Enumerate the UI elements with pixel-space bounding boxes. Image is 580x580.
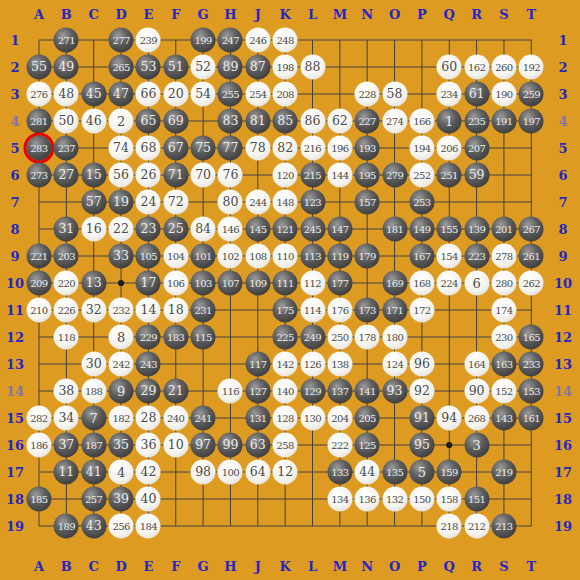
stone-Q8[interactable]: 155 xyxy=(437,217,462,242)
stone-C17[interactable]: 41 xyxy=(81,460,106,485)
stone-K1[interactable]: 248 xyxy=(273,28,298,53)
stone-N9[interactable]: 179 xyxy=(355,244,380,269)
stone-P15[interactable]: 91 xyxy=(409,406,434,431)
stone-E13[interactable]: 243 xyxy=(136,352,161,377)
stone-H4[interactable]: 83 xyxy=(218,109,243,134)
stone-P6[interactable]: 252 xyxy=(409,163,434,188)
stone-M5[interactable]: 196 xyxy=(327,136,352,161)
col-label-bottom-R: R xyxy=(471,560,482,573)
stone-C7[interactable]: 57 xyxy=(81,190,106,215)
stone-R10[interactable]: 6 xyxy=(464,271,489,296)
move-number: 115 xyxy=(194,332,211,342)
stone-B6[interactable]: 27 xyxy=(54,163,79,188)
stone-G11[interactable]: 231 xyxy=(191,298,216,323)
move-number: 147 xyxy=(331,224,348,234)
stone-M6[interactable]: 144 xyxy=(327,163,352,188)
stone-B10[interactable]: 220 xyxy=(54,271,79,296)
stone-H1[interactable]: 247 xyxy=(218,28,243,53)
stone-J2[interactable]: 87 xyxy=(245,55,270,80)
stone-Q3[interactable]: 234 xyxy=(437,82,462,107)
stone-N4[interactable]: 227 xyxy=(355,109,380,134)
stone-B14[interactable]: 38 xyxy=(54,379,79,404)
stone-D3[interactable]: 47 xyxy=(109,82,134,107)
stone-C15[interactable]: 7 xyxy=(81,406,106,431)
stone-B17[interactable]: 11 xyxy=(54,460,79,485)
stone-A4[interactable]: 281 xyxy=(27,109,52,134)
stone-K11[interactable]: 175 xyxy=(273,298,298,323)
stone-D7[interactable]: 19 xyxy=(109,190,134,215)
stone-E18[interactable]: 40 xyxy=(136,487,161,512)
stone-L11[interactable]: 114 xyxy=(300,298,325,323)
stone-O18[interactable]: 132 xyxy=(382,487,407,512)
stone-F5[interactable]: 67 xyxy=(163,136,188,161)
col-label-bottom-C: C xyxy=(89,560,99,573)
stone-K15[interactable]: 128 xyxy=(273,406,298,431)
stone-D16[interactable]: 35 xyxy=(109,433,134,458)
stone-P9[interactable]: 167 xyxy=(409,244,434,269)
stone-H5[interactable]: 77 xyxy=(218,136,243,161)
stone-O4[interactable]: 274 xyxy=(382,109,407,134)
stone-N12[interactable]: 178 xyxy=(355,325,380,350)
stone-K9[interactable]: 110 xyxy=(273,244,298,269)
stone-D9[interactable]: 33 xyxy=(109,244,134,269)
stone-Q2[interactable]: 60 xyxy=(437,55,462,80)
stone-D19[interactable]: 256 xyxy=(109,514,134,539)
stone-K5[interactable]: 82 xyxy=(273,136,298,161)
stone-P7[interactable]: 253 xyxy=(409,190,434,215)
stone-K6[interactable]: 120 xyxy=(273,163,298,188)
stone-M18[interactable]: 134 xyxy=(327,487,352,512)
stone-N6[interactable]: 195 xyxy=(355,163,380,188)
stone-A9[interactable]: 221 xyxy=(27,244,52,269)
stone-Q6[interactable]: 251 xyxy=(437,163,462,188)
stone-D2[interactable]: 265 xyxy=(109,55,134,80)
stone-T10[interactable]: 262 xyxy=(519,271,544,296)
stone-D15[interactable]: 182 xyxy=(109,406,134,431)
stone-R13[interactable]: 164 xyxy=(464,352,489,377)
stone-O6[interactable]: 279 xyxy=(382,163,407,188)
move-number: 29 xyxy=(140,385,156,398)
col-label-bottom-A: A xyxy=(34,560,44,573)
stone-P8[interactable]: 149 xyxy=(409,217,434,242)
stone-F9[interactable]: 104 xyxy=(163,244,188,269)
stone-G3[interactable]: 54 xyxy=(191,82,216,107)
stone-L9[interactable]: 113 xyxy=(300,244,325,269)
stone-E7[interactable]: 24 xyxy=(136,190,161,215)
stone-C3[interactable]: 45 xyxy=(81,82,106,107)
stone-G6[interactable]: 70 xyxy=(191,163,216,188)
stone-R16[interactable]: 3 xyxy=(464,433,489,458)
stone-N7[interactable]: 157 xyxy=(355,190,380,215)
stone-G17[interactable]: 98 xyxy=(191,460,216,485)
stone-K7[interactable]: 148 xyxy=(273,190,298,215)
stone-E17[interactable]: 42 xyxy=(136,460,161,485)
move-number: 261 xyxy=(523,251,540,261)
stone-A10[interactable]: 209 xyxy=(27,271,52,296)
stone-L2[interactable]: 88 xyxy=(300,55,325,80)
stone-D18[interactable]: 39 xyxy=(109,487,134,512)
stone-T12[interactable]: 165 xyxy=(519,325,544,350)
stone-C10[interactable]: 13 xyxy=(81,271,106,296)
stone-S8[interactable]: 201 xyxy=(491,217,516,242)
stone-M17[interactable]: 133 xyxy=(327,460,352,485)
move-number: 7 xyxy=(90,412,98,425)
stone-N17[interactable]: 44 xyxy=(355,460,380,485)
stone-E8[interactable]: 23 xyxy=(136,217,161,242)
stone-S12[interactable]: 230 xyxy=(491,325,516,350)
stone-K16[interactable]: 258 xyxy=(273,433,298,458)
stone-J9[interactable]: 108 xyxy=(245,244,270,269)
stone-R5[interactable]: 207 xyxy=(464,136,489,161)
stone-F12[interactable]: 183 xyxy=(163,325,188,350)
move-number: 185 xyxy=(30,494,47,504)
stone-T4[interactable]: 197 xyxy=(519,109,544,134)
stone-B11[interactable]: 226 xyxy=(54,298,79,323)
move-number: 110 xyxy=(276,251,293,261)
stone-J17[interactable]: 64 xyxy=(245,460,270,485)
stone-L4[interactable]: 86 xyxy=(300,109,325,134)
move-number: 255 xyxy=(222,89,239,99)
stone-E3[interactable]: 66 xyxy=(136,82,161,107)
stone-L12[interactable]: 249 xyxy=(300,325,325,350)
stone-E6[interactable]: 26 xyxy=(136,163,161,188)
stone-B16[interactable]: 37 xyxy=(54,433,79,458)
stone-E12[interactable]: 229 xyxy=(136,325,161,350)
stone-P4[interactable]: 166 xyxy=(409,109,434,134)
move-number: 206 xyxy=(441,143,458,153)
stone-E2[interactable]: 53 xyxy=(136,55,161,80)
stone-Q18[interactable]: 158 xyxy=(437,487,462,512)
stone-G9[interactable]: 101 xyxy=(191,244,216,269)
stone-K10[interactable]: 111 xyxy=(273,271,298,296)
stone-D1[interactable]: 277 xyxy=(109,28,134,53)
stone-F8[interactable]: 25 xyxy=(163,217,188,242)
stone-C6[interactable]: 15 xyxy=(81,163,106,188)
stone-P10[interactable]: 168 xyxy=(409,271,434,296)
stone-F6[interactable]: 71 xyxy=(163,163,188,188)
stone-M14[interactable]: 137 xyxy=(327,379,352,404)
stone-M16[interactable]: 222 xyxy=(327,433,352,458)
stone-C14[interactable]: 188 xyxy=(81,379,106,404)
move-number: 242 xyxy=(112,359,129,369)
stone-G15[interactable]: 241 xyxy=(191,406,216,431)
stone-M4[interactable]: 62 xyxy=(327,109,352,134)
move-number: 164 xyxy=(468,359,485,369)
stone-S15[interactable]: 143 xyxy=(491,406,516,431)
stone-Q19[interactable]: 218 xyxy=(437,514,462,539)
stone-G12[interactable]: 115 xyxy=(191,325,216,350)
stone-K8[interactable]: 121 xyxy=(273,217,298,242)
stone-A3[interactable]: 276 xyxy=(27,82,52,107)
move-number: 123 xyxy=(304,197,321,207)
stone-K17[interactable]: 12 xyxy=(273,460,298,485)
stone-K2[interactable]: 198 xyxy=(273,55,298,80)
stone-N5[interactable]: 193 xyxy=(355,136,380,161)
stone-F14[interactable]: 21 xyxy=(163,379,188,404)
stone-O12[interactable]: 180 xyxy=(382,325,407,350)
stone-E11[interactable]: 14 xyxy=(136,298,161,323)
stone-P18[interactable]: 150 xyxy=(409,487,434,512)
stone-G10[interactable]: 103 xyxy=(191,271,216,296)
stone-H14[interactable]: 116 xyxy=(218,379,243,404)
stone-P13[interactable]: 96 xyxy=(409,352,434,377)
stone-T9[interactable]: 261 xyxy=(519,244,544,269)
move-number: 126 xyxy=(304,359,321,369)
stone-B5[interactable]: 237 xyxy=(54,136,79,161)
stone-N11[interactable]: 173 xyxy=(355,298,380,323)
stone-K13[interactable]: 142 xyxy=(273,352,298,377)
stone-R9[interactable]: 223 xyxy=(464,244,489,269)
stone-H2[interactable]: 89 xyxy=(218,55,243,80)
stone-B3[interactable]: 48 xyxy=(54,82,79,107)
stone-A16[interactable]: 186 xyxy=(27,433,52,458)
stone-C19[interactable]: 43 xyxy=(81,514,106,539)
stone-A5[interactable]: 283 xyxy=(27,136,52,161)
col-label-bottom-G: G xyxy=(198,560,209,573)
move-number: 256 xyxy=(112,521,129,531)
stone-J8[interactable]: 145 xyxy=(245,217,270,242)
move-number: 129 xyxy=(304,386,321,396)
stone-N16[interactable]: 125 xyxy=(355,433,380,458)
stone-J14[interactable]: 127 xyxy=(245,379,270,404)
stone-M9[interactable]: 119 xyxy=(327,244,352,269)
stone-S3[interactable]: 190 xyxy=(491,82,516,107)
stone-R15[interactable]: 268 xyxy=(464,406,489,431)
stone-D8[interactable]: 22 xyxy=(109,217,134,242)
stone-D13[interactable]: 242 xyxy=(109,352,134,377)
stone-H6[interactable]: 76 xyxy=(218,163,243,188)
stone-R4[interactable]: 235 xyxy=(464,109,489,134)
stone-D17[interactable]: 4 xyxy=(109,460,134,485)
move-number: 25 xyxy=(168,223,184,236)
stone-R14[interactable]: 90 xyxy=(464,379,489,404)
stone-Q15[interactable]: 94 xyxy=(437,406,462,431)
stone-E5[interactable]: 68 xyxy=(136,136,161,161)
move-number: 57 xyxy=(86,196,102,209)
move-number: 213 xyxy=(495,521,512,531)
stone-F15[interactable]: 240 xyxy=(163,406,188,431)
stone-J10[interactable]: 109 xyxy=(245,271,270,296)
stone-R2[interactable]: 162 xyxy=(464,55,489,80)
stone-S9[interactable]: 278 xyxy=(491,244,516,269)
stone-P11[interactable]: 172 xyxy=(409,298,434,323)
stone-M12[interactable]: 250 xyxy=(327,325,352,350)
stone-K3[interactable]: 208 xyxy=(273,82,298,107)
stone-J15[interactable]: 131 xyxy=(245,406,270,431)
stone-E19[interactable]: 184 xyxy=(136,514,161,539)
stone-J16[interactable]: 63 xyxy=(245,433,270,458)
move-number: 148 xyxy=(276,197,293,207)
stone-R8[interactable]: 139 xyxy=(464,217,489,242)
col-label-bottom-O: O xyxy=(389,560,400,573)
row-label-right-9: 9 xyxy=(558,250,567,263)
stone-D12[interactable]: 8 xyxy=(109,325,134,350)
stone-S4[interactable]: 191 xyxy=(491,109,516,134)
stone-S11[interactable]: 174 xyxy=(491,298,516,323)
stone-G8[interactable]: 84 xyxy=(191,217,216,242)
move-number: 253 xyxy=(413,197,430,207)
stone-B9[interactable]: 203 xyxy=(54,244,79,269)
stone-O8[interactable]: 181 xyxy=(382,217,407,242)
stone-J5[interactable]: 78 xyxy=(245,136,270,161)
stone-D6[interactable]: 56 xyxy=(109,163,134,188)
stone-C13[interactable]: 30 xyxy=(81,352,106,377)
stone-M10[interactable]: 177 xyxy=(327,271,352,296)
stone-K14[interactable]: 140 xyxy=(273,379,298,404)
stone-R18[interactable]: 151 xyxy=(464,487,489,512)
stone-O3[interactable]: 58 xyxy=(382,82,407,107)
stone-J4[interactable]: 81 xyxy=(245,109,270,134)
stone-P5[interactable]: 194 xyxy=(409,136,434,161)
stone-F3[interactable]: 20 xyxy=(163,82,188,107)
stone-E9[interactable]: 105 xyxy=(136,244,161,269)
move-number: 168 xyxy=(413,278,430,288)
stone-P14[interactable]: 92 xyxy=(409,379,434,404)
stone-B2[interactable]: 49 xyxy=(54,55,79,80)
stone-C18[interactable]: 257 xyxy=(81,487,106,512)
stone-A6[interactable]: 273 xyxy=(27,163,52,188)
stone-J1[interactable]: 246 xyxy=(245,28,270,53)
stone-S19[interactable]: 213 xyxy=(491,514,516,539)
stone-H3[interactable]: 255 xyxy=(218,82,243,107)
stone-P16[interactable]: 95 xyxy=(409,433,434,458)
stone-G5[interactable]: 75 xyxy=(191,136,216,161)
stone-B8[interactable]: 31 xyxy=(54,217,79,242)
stone-L13[interactable]: 126 xyxy=(300,352,325,377)
stone-T3[interactable]: 259 xyxy=(519,82,544,107)
stone-L8[interactable]: 245 xyxy=(300,217,325,242)
stone-F16[interactable]: 10 xyxy=(163,433,188,458)
stone-B4[interactable]: 50 xyxy=(54,109,79,134)
stone-R6[interactable]: 59 xyxy=(464,163,489,188)
stone-F4[interactable]: 69 xyxy=(163,109,188,134)
stone-D14[interactable]: 9 xyxy=(109,379,134,404)
stone-O14[interactable]: 93 xyxy=(382,379,407,404)
stone-Q9[interactable]: 154 xyxy=(437,244,462,269)
stone-B15[interactable]: 34 xyxy=(54,406,79,431)
move-number: 267 xyxy=(523,224,540,234)
stone-N14[interactable]: 141 xyxy=(355,379,380,404)
stone-Q10[interactable]: 224 xyxy=(437,271,462,296)
stone-R3[interactable]: 61 xyxy=(464,82,489,107)
stone-H17[interactable]: 100 xyxy=(218,460,243,485)
stone-A15[interactable]: 282 xyxy=(27,406,52,431)
move-number: 70 xyxy=(195,169,211,182)
stone-C11[interactable]: 32 xyxy=(81,298,106,323)
stone-O11[interactable]: 171 xyxy=(382,298,407,323)
stone-J13[interactable]: 117 xyxy=(245,352,270,377)
stone-P17[interactable]: 5 xyxy=(409,460,434,485)
stone-T8[interactable]: 267 xyxy=(519,217,544,242)
stone-E15[interactable]: 28 xyxy=(136,406,161,431)
stone-T2[interactable]: 192 xyxy=(519,55,544,80)
stone-E4[interactable]: 65 xyxy=(136,109,161,134)
stone-G16[interactable]: 97 xyxy=(191,433,216,458)
stone-J7[interactable]: 244 xyxy=(245,190,270,215)
stone-G2[interactable]: 52 xyxy=(191,55,216,80)
stone-M15[interactable]: 204 xyxy=(327,406,352,431)
stone-J3[interactable]: 254 xyxy=(245,82,270,107)
stone-M8[interactable]: 147 xyxy=(327,217,352,242)
stone-A18[interactable]: 185 xyxy=(27,487,52,512)
stone-H16[interactable]: 99 xyxy=(218,433,243,458)
stone-S17[interactable]: 219 xyxy=(491,460,516,485)
stone-L15[interactable]: 130 xyxy=(300,406,325,431)
stone-N18[interactable]: 136 xyxy=(355,487,380,512)
stone-L14[interactable]: 129 xyxy=(300,379,325,404)
stone-C8[interactable]: 16 xyxy=(81,217,106,242)
move-number: 249 xyxy=(304,332,321,342)
move-number: 116 xyxy=(222,386,239,396)
stone-A11[interactable]: 210 xyxy=(27,298,52,323)
move-number: 262 xyxy=(523,278,540,288)
stone-C4[interactable]: 46 xyxy=(81,109,106,134)
stone-H9[interactable]: 102 xyxy=(218,244,243,269)
stone-D4[interactable]: 2 xyxy=(109,109,134,134)
stone-C16[interactable]: 187 xyxy=(81,433,106,458)
stone-S14[interactable]: 152 xyxy=(491,379,516,404)
move-number: 65 xyxy=(140,115,156,128)
stone-B1[interactable]: 271 xyxy=(54,28,79,53)
stone-H10[interactable]: 107 xyxy=(218,271,243,296)
stone-L7[interactable]: 123 xyxy=(300,190,325,215)
stone-F10[interactable]: 106 xyxy=(163,271,188,296)
stone-Q5[interactable]: 206 xyxy=(437,136,462,161)
stone-T13[interactable]: 233 xyxy=(519,352,544,377)
stone-O10[interactable]: 169 xyxy=(382,271,407,296)
stone-Q17[interactable]: 159 xyxy=(437,460,462,485)
col-label-bottom-S: S xyxy=(499,560,508,573)
move-number: 165 xyxy=(523,332,540,342)
stone-L6[interactable]: 215 xyxy=(300,163,325,188)
stone-B19[interactable]: 189 xyxy=(54,514,79,539)
stone-F7[interactable]: 72 xyxy=(163,190,188,215)
stone-O13[interactable]: 124 xyxy=(382,352,407,377)
stone-D11[interactable]: 232 xyxy=(109,298,134,323)
stone-S13[interactable]: 163 xyxy=(491,352,516,377)
stone-Q4[interactable]: 1 xyxy=(437,109,462,134)
stone-H8[interactable]: 146 xyxy=(218,217,243,242)
stone-E14[interactable]: 29 xyxy=(136,379,161,404)
stone-E16[interactable]: 36 xyxy=(136,433,161,458)
stone-L5[interactable]: 216 xyxy=(300,136,325,161)
stone-E1[interactable]: 239 xyxy=(136,28,161,53)
move-number: 162 xyxy=(468,62,485,72)
stone-S2[interactable]: 260 xyxy=(491,55,516,80)
stone-B12[interactable]: 118 xyxy=(54,325,79,350)
stone-E10[interactable]: 17 xyxy=(136,271,161,296)
stone-D5[interactable]: 74 xyxy=(109,136,134,161)
move-number: 230 xyxy=(495,332,512,342)
stone-F11[interactable]: 18 xyxy=(163,298,188,323)
stone-N3[interactable]: 228 xyxy=(355,82,380,107)
stone-K4[interactable]: 85 xyxy=(273,109,298,134)
stone-K12[interactable]: 225 xyxy=(273,325,298,350)
stone-M11[interactable]: 176 xyxy=(327,298,352,323)
stone-L10[interactable]: 112 xyxy=(300,271,325,296)
stone-T14[interactable]: 153 xyxy=(519,379,544,404)
stone-A2[interactable]: 55 xyxy=(27,55,52,80)
stone-O17[interactable]: 135 xyxy=(382,460,407,485)
stone-R19[interactable]: 212 xyxy=(464,514,489,539)
stone-T15[interactable]: 161 xyxy=(519,406,544,431)
stone-S10[interactable]: 280 xyxy=(491,271,516,296)
stone-N15[interactable]: 205 xyxy=(355,406,380,431)
stone-H7[interactable]: 80 xyxy=(218,190,243,215)
stone-M13[interactable]: 138 xyxy=(327,352,352,377)
stone-F2[interactable]: 51 xyxy=(163,55,188,80)
stone-G1[interactable]: 199 xyxy=(191,28,216,53)
